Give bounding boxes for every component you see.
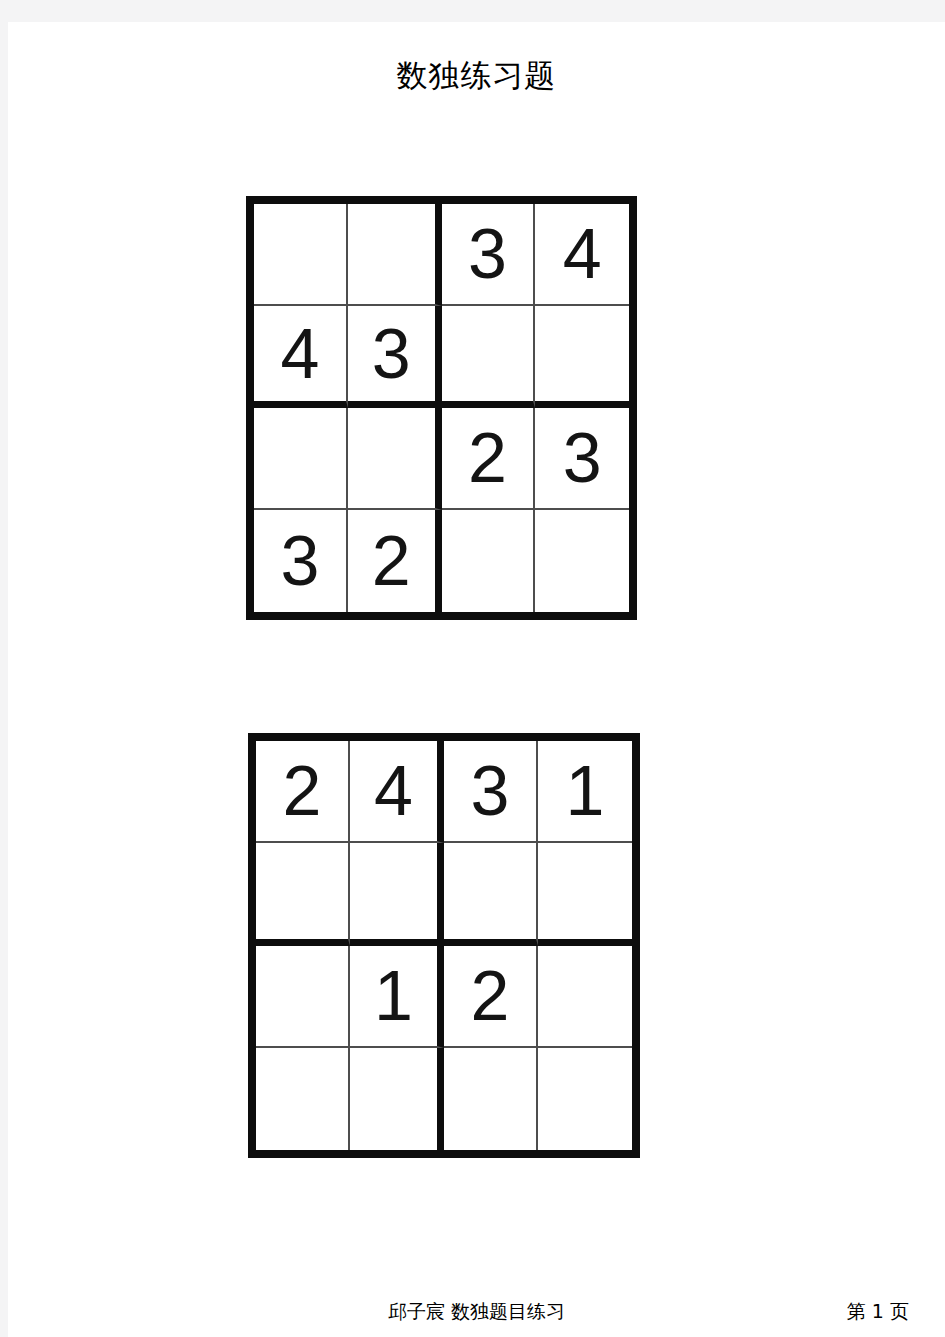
p2-cell-r3c2: 1 [350,946,444,1048]
p1-cell-r1c1 [254,204,348,306]
p2-cell-r1c4: 1 [538,741,632,843]
p1-cell-r1c4: 4 [535,204,629,306]
document-page: 数独练习题 3 4 4 3 2 3 3 2 2 4 3 1 1 2 [8,22,945,1337]
p1-cell-r4c2: 2 [348,510,442,612]
p2-cell-r2c1 [256,843,350,945]
p2-cell-r1c1: 2 [256,741,350,843]
p1-cell-r4c3 [442,510,536,612]
p1-cell-r4c4 [535,510,629,612]
p2-cell-r3c1 [256,946,350,1048]
p2-cell-r2c3 [444,843,538,945]
footer-page-number: 第 1 页 [847,1299,909,1325]
page-footer: 邱子宸 数独题目练习 第 1 页 [8,1299,945,1325]
p2-cell-r2c4 [538,843,632,945]
p2-cell-r4c2 [350,1048,444,1150]
p2-cell-r1c3: 3 [444,741,538,843]
p1-cell-r2c4 [535,306,629,408]
p1-cell-r2c3 [442,306,536,408]
p1-cell-r4c1: 3 [254,510,348,612]
p2-cell-r4c4 [538,1048,632,1150]
p1-cell-r2c1: 4 [254,306,348,408]
p1-cell-r2c2: 3 [348,306,442,408]
p2-cell-r2c2 [350,843,444,945]
p2-cell-r1c2: 4 [350,741,444,843]
p2-cell-r4c1 [256,1048,350,1150]
p1-cell-r3c4: 3 [535,408,629,510]
p1-cell-r1c2 [348,204,442,306]
p1-cell-r3c3: 2 [442,408,536,510]
p1-cell-r3c1 [254,408,348,510]
p2-cell-r4c3 [444,1048,538,1150]
sudoku-board-1: 3 4 4 3 2 3 3 2 [246,196,637,620]
p1-cell-r1c3: 3 [442,204,536,306]
p1-cell-r3c2 [348,408,442,510]
p2-cell-r3c3: 2 [444,946,538,1048]
footer-author: 邱子宸 数独题目练习 [8,1299,945,1325]
sudoku-board-2: 2 4 3 1 1 2 [248,733,640,1158]
page-title: 数独练习题 [8,55,945,97]
p2-cell-r3c4 [538,946,632,1048]
